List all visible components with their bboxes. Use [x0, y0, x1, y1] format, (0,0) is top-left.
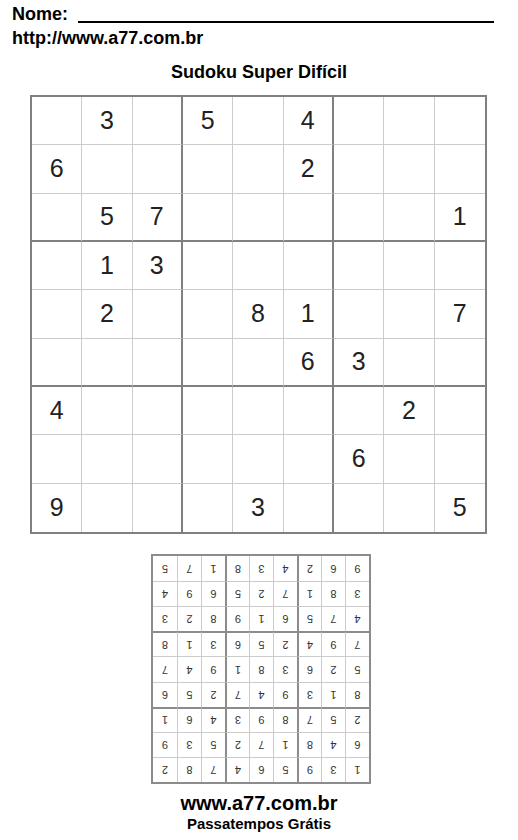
puzzle-cell-r7c4: [183, 387, 233, 435]
solution-cell-r5c8: 4: [177, 656, 201, 681]
solution-cell-r8c5: 2: [249, 581, 273, 606]
puzzle-cell-r6c6: 6: [284, 339, 334, 387]
solution-cell-r5c6: 1: [225, 656, 249, 681]
solution-cell-r8c4: 7: [273, 581, 297, 606]
solution-cell-r3c5: 9: [249, 707, 273, 732]
puzzle-cell-r5c1: [32, 290, 82, 338]
puzzle-cell-r2c6: 2: [284, 145, 334, 193]
puzzle-cell-r6c2: [82, 339, 132, 387]
puzzle-cell-r1c7: [334, 97, 384, 145]
solution-cell-r1c5: 6: [249, 757, 273, 782]
puzzle-cell-r9c9: 5: [435, 484, 485, 532]
puzzle-cell-r6c3: [133, 339, 183, 387]
name-fill-in-line: [78, 0, 494, 23]
solution-cell-r9c8: 7: [177, 556, 201, 581]
solution-cell-r4c4: 9: [273, 682, 297, 707]
puzzle-cell-r7c5: [233, 387, 283, 435]
solution-cell-r8c7: 6: [201, 581, 225, 606]
puzzle-cell-r6c8: [384, 339, 434, 387]
solution-cell-r4c1: 8: [345, 682, 369, 707]
solution-cell-r6c8: 1: [177, 631, 201, 656]
puzzle-cell-r2c2: [82, 145, 132, 193]
puzzle-cell-r8c8: [384, 435, 434, 483]
puzzle-cell-r8c3: [133, 435, 183, 483]
puzzle-cell-r4c6: [284, 242, 334, 290]
puzzle-cell-r6c4: [183, 339, 233, 387]
solution-cell-r1c2: 3: [321, 757, 345, 782]
solution-cell-r8c2: 8: [321, 581, 345, 606]
puzzle-cell-r7c1: 4: [32, 387, 82, 435]
puzzle-cell-r2c1: 6: [32, 145, 82, 193]
puzzle-cell-r7c3: [133, 387, 183, 435]
footer-site-url: www.a77.com.br: [0, 792, 518, 815]
solution-cell-r6c2: 9: [321, 631, 345, 656]
puzzle-cell-r8c5: [233, 435, 283, 483]
solution-cell-r4c2: 1: [321, 682, 345, 707]
puzzle-cell-r5c6: 1: [284, 290, 334, 338]
solution-cell-r4c3: 3: [297, 682, 321, 707]
solution-cell-r5c3: 6: [297, 656, 321, 681]
solution-cell-r3c7: 4: [201, 707, 225, 732]
puzzle-cell-r8c2: [82, 435, 132, 483]
puzzle-cell-r3c1: [32, 194, 82, 242]
solution-cell-r9c9: 5: [153, 556, 177, 581]
solution-cell-r8c3: 1: [297, 581, 321, 606]
solution-cell-r1c3: 9: [297, 757, 321, 782]
solution-cell-r9c1: 9: [345, 556, 369, 581]
puzzle-cell-r3c5: [233, 194, 283, 242]
solution-cell-r5c4: 3: [273, 656, 297, 681]
solution-cell-r6c5: 5: [249, 631, 273, 656]
puzzle-cell-r4c3: 3: [133, 242, 183, 290]
puzzle-cell-r8c7: 6: [334, 435, 384, 483]
solution-cell-r4c7: 2: [201, 682, 225, 707]
puzzle-cell-r3c9: 1: [435, 194, 485, 242]
puzzle-cell-r1c1: [32, 97, 82, 145]
puzzle-cell-r8c4: [183, 435, 233, 483]
solution-cell-r2c6: 2: [225, 732, 249, 757]
puzzle-cell-r6c1: [32, 339, 82, 387]
puzzle-cell-r9c8: [384, 484, 434, 532]
puzzle-cell-r2c7: [334, 145, 384, 193]
puzzle-cell-r1c4: 5: [183, 97, 233, 145]
solution-cell-r3c2: 5: [321, 707, 345, 732]
solution-cell-r7c9: 3: [153, 606, 177, 631]
puzzle-cell-r6c9: [435, 339, 485, 387]
footer-tagline: Passatempos Grátis: [0, 815, 518, 832]
solution-cell-r3c1: 2: [345, 707, 369, 732]
solution-cell-r7c8: 2: [177, 606, 201, 631]
solution-cell-r9c5: 3: [249, 556, 273, 581]
solution-cell-r2c7: 5: [201, 732, 225, 757]
puzzle-cell-r7c7: [334, 387, 384, 435]
puzzle-cell-r9c1: 9: [32, 484, 82, 532]
solution-cell-r7c7: 8: [201, 606, 225, 631]
solution-cell-r2c9: 9: [153, 732, 177, 757]
solution-cell-r7c3: 5: [297, 606, 321, 631]
solution-cell-r1c8: 8: [177, 757, 201, 782]
puzzle-cell-r2c3: [133, 145, 183, 193]
puzzle-cell-r9c2: [82, 484, 132, 532]
puzzle-cell-r2c4: [183, 145, 233, 193]
sudoku-solution-grid-upside-down: 1395647826481725392578934618139472565263…: [151, 554, 371, 784]
puzzle-cell-r9c4: [183, 484, 233, 532]
site-url-header: http://www.a77.com.br: [12, 28, 203, 49]
solution-cell-r3c6: 3: [225, 707, 249, 732]
puzzle-cell-r3c6: [284, 194, 334, 242]
puzzle-cell-r4c2: 1: [82, 242, 132, 290]
solution-cell-r1c9: 2: [153, 757, 177, 782]
name-label: Nome:: [12, 4, 68, 25]
puzzle-cell-r4c4: [183, 242, 233, 290]
puzzle-cell-r4c1: [32, 242, 82, 290]
puzzle-cell-r3c3: 7: [133, 194, 183, 242]
solution-cell-r2c8: 3: [177, 732, 201, 757]
solution-cell-r3c8: 6: [177, 707, 201, 732]
solution-cell-r6c7: 3: [201, 631, 225, 656]
solution-cell-r8c1: 3: [345, 581, 369, 606]
solution-cell-r9c3: 2: [297, 556, 321, 581]
puzzle-cell-r1c8: [384, 97, 434, 145]
puzzle-cell-r7c6: [284, 387, 334, 435]
puzzle-cell-r7c2: [82, 387, 132, 435]
page-title: Sudoku Super Difícil: [0, 62, 518, 83]
solution-cell-r5c1: 5: [345, 656, 369, 681]
solution-cell-r6c3: 4: [297, 631, 321, 656]
solution-cell-r6c6: 6: [225, 631, 249, 656]
solution-cell-r4c6: 7: [225, 682, 249, 707]
puzzle-cell-r1c2: 3: [82, 97, 132, 145]
puzzle-cell-r3c7: [334, 194, 384, 242]
puzzle-cell-r8c1: [32, 435, 82, 483]
solution-cell-r3c3: 7: [297, 707, 321, 732]
solution-cell-r2c5: 7: [249, 732, 273, 757]
solution-cell-r7c4: 6: [273, 606, 297, 631]
puzzle-cell-r5c3: [133, 290, 183, 338]
solution-cell-r9c6: 8: [225, 556, 249, 581]
solution-cell-r6c1: 7: [345, 631, 369, 656]
solution-cell-r2c3: 8: [297, 732, 321, 757]
solution-cell-r3c4: 8: [273, 707, 297, 732]
puzzle-cell-r5c7: [334, 290, 384, 338]
puzzle-cell-r1c3: [133, 97, 183, 145]
puzzle-cell-r2c5: [233, 145, 283, 193]
puzzle-cell-r7c8: 2: [384, 387, 434, 435]
puzzle-cell-r9c6: [284, 484, 334, 532]
solution-cell-r1c7: 7: [201, 757, 225, 782]
puzzle-cell-r6c7: 3: [334, 339, 384, 387]
solution-cell-r7c6: 9: [225, 606, 249, 631]
puzzle-cell-r5c4: [183, 290, 233, 338]
solution-cell-r4c5: 4: [249, 682, 273, 707]
puzzle-cell-r8c6: [284, 435, 334, 483]
solution-cell-r2c4: 1: [273, 732, 297, 757]
puzzle-cell-r5c9: 7: [435, 290, 485, 338]
puzzle-cell-r7c9: [435, 387, 485, 435]
sudoku-puzzle-grid: 3546257113281763426935: [30, 95, 487, 534]
solution-cell-r1c1: 1: [345, 757, 369, 782]
puzzle-cell-r4c8: [384, 242, 434, 290]
puzzle-cell-r4c7: [334, 242, 384, 290]
solution-cell-r8c6: 5: [225, 581, 249, 606]
puzzle-cell-r4c5: [233, 242, 283, 290]
puzzle-cell-r5c2: 2: [82, 290, 132, 338]
solution-cell-r2c2: 4: [321, 732, 345, 757]
solution-cell-r9c2: 6: [321, 556, 345, 581]
solution-cell-r7c1: 4: [345, 606, 369, 631]
solution-cell-r1c6: 4: [225, 757, 249, 782]
sudoku-print-sheet: Nome: http://www.a77.com.br Sudoku Super…: [0, 0, 518, 840]
puzzle-cell-r1c5: [233, 97, 283, 145]
puzzle-cell-r8c9: [435, 435, 485, 483]
puzzle-cell-r2c8: [384, 145, 434, 193]
puzzle-cell-r4c9: [435, 242, 485, 290]
puzzle-cell-r6c5: [233, 339, 283, 387]
puzzle-cell-r5c8: [384, 290, 434, 338]
solution-cell-r3c9: 1: [153, 707, 177, 732]
solution-cell-r4c9: 6: [153, 682, 177, 707]
solution-cell-r6c9: 8: [153, 631, 177, 656]
solution-cell-r2c1: 6: [345, 732, 369, 757]
puzzle-cell-r3c4: [183, 194, 233, 242]
puzzle-cell-r5c5: 8: [233, 290, 283, 338]
puzzle-cell-r2c9: [435, 145, 485, 193]
solution-cell-r6c4: 2: [273, 631, 297, 656]
puzzle-cell-r1c9: [435, 97, 485, 145]
solution-cell-r1c4: 5: [273, 757, 297, 782]
solution-cell-r5c9: 7: [153, 656, 177, 681]
solution-cell-r5c5: 8: [249, 656, 273, 681]
puzzle-cell-r1c6: 4: [284, 97, 334, 145]
solution-cell-r9c4: 4: [273, 556, 297, 581]
solution-cell-r5c2: 2: [321, 656, 345, 681]
solution-cell-r7c5: 1: [249, 606, 273, 631]
solution-cell-r8c8: 9: [177, 581, 201, 606]
solution-cell-r9c7: 1: [201, 556, 225, 581]
puzzle-cell-r3c2: 5: [82, 194, 132, 242]
puzzle-cell-r9c5: 3: [233, 484, 283, 532]
puzzle-cell-r9c7: [334, 484, 384, 532]
puzzle-cell-r9c3: [133, 484, 183, 532]
solution-cell-r4c8: 5: [177, 682, 201, 707]
solution-cell-r8c9: 4: [153, 581, 177, 606]
solution-cell-r7c2: 7: [321, 606, 345, 631]
puzzle-cell-r3c8: [384, 194, 434, 242]
solution-cell-r5c7: 9: [201, 656, 225, 681]
